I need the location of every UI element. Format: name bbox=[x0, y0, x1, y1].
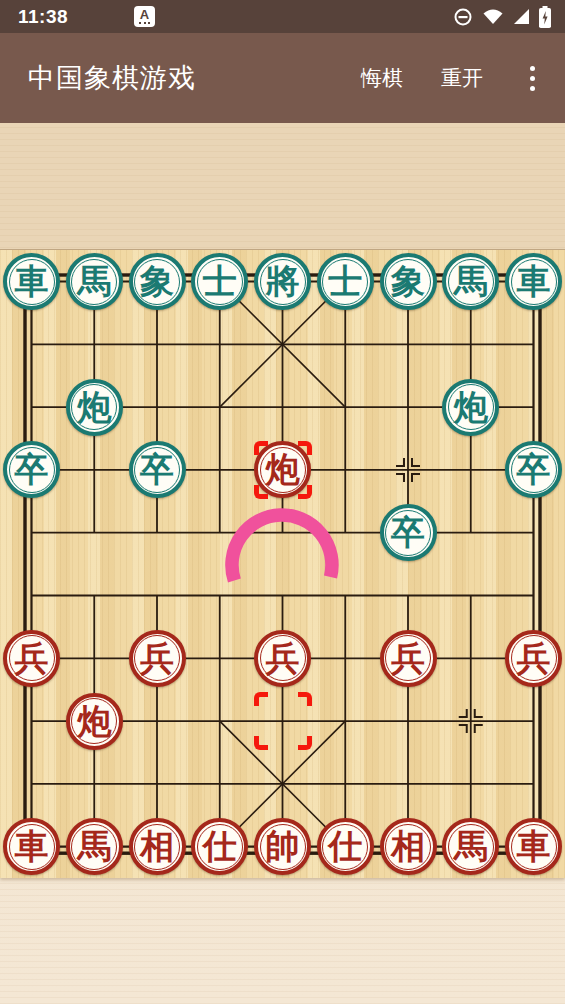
piece-red-兵-c8r6[interactable]: 兵 bbox=[505, 630, 562, 687]
piece-red-炮-c1r7[interactable]: 炮 bbox=[66, 693, 123, 750]
last-move-to-marker bbox=[254, 441, 312, 499]
piece-red-馬-c7r9[interactable]: 馬 bbox=[442, 818, 499, 875]
undo-button[interactable]: 悔棋 bbox=[361, 64, 403, 92]
piece-red-相-c2r9[interactable]: 相 bbox=[129, 818, 186, 875]
last-move-from-marker bbox=[254, 692, 312, 750]
piece-black-象-c6r0[interactable]: 象 bbox=[380, 253, 437, 310]
piece-black-車-c0r0[interactable]: 車 bbox=[3, 253, 60, 310]
piece-red-兵-c0r6[interactable]: 兵 bbox=[3, 630, 60, 687]
status-bar: 11:38 A bbox=[0, 0, 565, 33]
piece-black-卒-c2r3[interactable]: 卒 bbox=[129, 441, 186, 498]
piece-black-將-c4r0[interactable]: 將 bbox=[254, 253, 311, 310]
piece-black-車-c8r0[interactable]: 車 bbox=[505, 253, 562, 310]
restart-button[interactable]: 重开 bbox=[441, 64, 483, 92]
do-not-disturb-icon bbox=[453, 7, 473, 27]
piece-red-相-c6r9[interactable]: 相 bbox=[380, 818, 437, 875]
piece-black-炮-c1r2[interactable]: 炮 bbox=[66, 379, 123, 436]
piece-red-仕-c5r9[interactable]: 仕 bbox=[317, 818, 374, 875]
app-screen: 11:38 A 中国象棋游戏 悔棋 重开 bbox=[0, 0, 565, 1004]
piece-black-卒-c8r3[interactable]: 卒 bbox=[505, 441, 562, 498]
piece-red-兵-c2r6[interactable]: 兵 bbox=[129, 630, 186, 687]
piece-black-士-c3r0[interactable]: 士 bbox=[191, 253, 248, 310]
piece-red-帥-c4r9[interactable]: 帥 bbox=[254, 818, 311, 875]
app-bar: 中国象棋游戏 悔棋 重开 bbox=[0, 33, 565, 123]
battery-charging-icon bbox=[539, 6, 551, 28]
piece-red-車-c0r9[interactable]: 車 bbox=[3, 818, 60, 875]
ime-icon: A bbox=[134, 6, 155, 27]
wifi-icon bbox=[482, 8, 504, 25]
overflow-menu-icon[interactable] bbox=[521, 55, 543, 101]
piece-red-馬-c1r9[interactable]: 馬 bbox=[66, 818, 123, 875]
piece-black-士-c5r0[interactable]: 士 bbox=[317, 253, 374, 310]
piece-red-仕-c3r9[interactable]: 仕 bbox=[191, 818, 248, 875]
piece-black-象-c2r0[interactable]: 象 bbox=[129, 253, 186, 310]
piece-black-馬-c1r0[interactable]: 馬 bbox=[66, 253, 123, 310]
piece-red-車-c8r9[interactable]: 車 bbox=[505, 818, 562, 875]
page-title: 中国象棋游戏 bbox=[28, 60, 196, 96]
piece-black-卒-c6r4[interactable]: 卒 bbox=[380, 504, 437, 561]
xiangqi-board[interactable]: 車馬象士將士象馬車炮炮卒卒卒卒炮兵兵兵兵兵炮車馬相仕帥仕相馬車 bbox=[0, 250, 565, 878]
piece-black-卒-c0r3[interactable]: 卒 bbox=[3, 441, 60, 498]
cellular-signal-icon bbox=[513, 8, 530, 25]
clock: 11:38 bbox=[18, 6, 68, 28]
piece-black-馬-c7r0[interactable]: 馬 bbox=[442, 253, 499, 310]
piece-black-炮-c7r2[interactable]: 炮 bbox=[442, 379, 499, 436]
pieces-layer: 車馬象士將士象馬車炮炮卒卒卒卒炮兵兵兵兵兵炮車馬相仕帥仕相馬車 bbox=[0, 250, 565, 878]
piece-red-兵-c6r6[interactable]: 兵 bbox=[380, 630, 437, 687]
piece-red-兵-c4r6[interactable]: 兵 bbox=[254, 630, 311, 687]
